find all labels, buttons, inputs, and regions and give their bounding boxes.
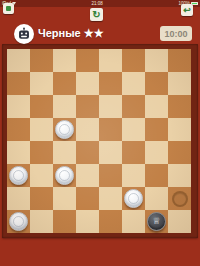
square-c7[interactable] [53, 72, 76, 95]
opponent-name: Черные ★★ [38, 27, 104, 40]
square-g1[interactable]: ♕ [145, 210, 168, 233]
square-g6[interactable] [145, 95, 168, 118]
square-d2[interactable] [76, 187, 99, 210]
square-e8[interactable] [99, 49, 122, 72]
square-a1[interactable] [7, 210, 30, 233]
square-f1[interactable] [122, 210, 145, 233]
square-g4[interactable] [145, 141, 168, 164]
robot-icon [17, 27, 31, 41]
square-h8[interactable] [168, 49, 191, 72]
square-f4[interactable] [122, 141, 145, 164]
square-b1[interactable] [30, 210, 53, 233]
square-c5[interactable] [53, 118, 76, 141]
square-e6[interactable] [99, 95, 122, 118]
square-e2[interactable] [99, 187, 122, 210]
square-a4[interactable] [7, 141, 30, 164]
square-d7[interactable] [76, 72, 99, 95]
restart-icon: ↻ [92, 9, 100, 20]
square-h4[interactable] [168, 141, 191, 164]
square-h7[interactable] [168, 72, 191, 95]
square-g7[interactable] [145, 72, 168, 95]
square-a5[interactable] [7, 118, 30, 141]
square-g8[interactable] [145, 49, 168, 72]
square-h5[interactable] [168, 118, 191, 141]
square-h2[interactable] [168, 187, 191, 210]
square-a8[interactable] [7, 49, 30, 72]
square-f6[interactable] [122, 95, 145, 118]
ghost-piece-highlight [172, 191, 188, 207]
square-d3[interactable] [76, 164, 99, 187]
square-f5[interactable] [122, 118, 145, 141]
white-man-piece[interactable] [55, 120, 74, 139]
square-a3[interactable] [7, 164, 30, 187]
square-b5[interactable] [30, 118, 53, 141]
square-c4[interactable] [53, 141, 76, 164]
status-bar: iPad 21:08 100% [0, 0, 200, 7]
undo-button[interactable]: ↩ [181, 4, 193, 16]
square-d8[interactable] [76, 49, 99, 72]
square-c2[interactable] [53, 187, 76, 210]
square-h1[interactable] [168, 210, 191, 233]
square-g3[interactable] [145, 164, 168, 187]
square-b2[interactable] [30, 187, 53, 210]
square-b6[interactable] [30, 95, 53, 118]
player-bar: Белые (0) 09:49 [0, 238, 200, 266]
white-man-piece[interactable] [124, 189, 143, 208]
square-f7[interactable] [122, 72, 145, 95]
square-d1[interactable] [76, 210, 99, 233]
square-f8[interactable] [122, 49, 145, 72]
square-a2[interactable] [7, 187, 30, 210]
status-time: 21:08 [92, 1, 103, 6]
app-screen: iPad 21:08 100% ↻ ↩ Черные ★★ 10:00 [0, 0, 200, 266]
square-b8[interactable] [30, 49, 53, 72]
square-h6[interactable] [168, 95, 191, 118]
crown-icon: ♕ [152, 217, 160, 226]
square-c3[interactable] [53, 164, 76, 187]
board-menu-button[interactable] [3, 3, 14, 14]
square-e7[interactable] [99, 72, 122, 95]
square-c8[interactable] [53, 49, 76, 72]
square-g5[interactable] [145, 118, 168, 141]
board: ♕ [7, 49, 191, 233]
white-man-piece[interactable] [9, 166, 28, 185]
square-c6[interactable] [53, 95, 76, 118]
square-b4[interactable] [30, 141, 53, 164]
square-h3[interactable] [168, 164, 191, 187]
undo-icon: ↩ [183, 5, 191, 15]
square-e5[interactable] [99, 118, 122, 141]
square-f2[interactable] [122, 187, 145, 210]
board-icon [6, 6, 11, 11]
square-d4[interactable] [76, 141, 99, 164]
square-a6[interactable] [7, 95, 30, 118]
square-b3[interactable] [30, 164, 53, 187]
square-d5[interactable] [76, 118, 99, 141]
black-king-piece[interactable]: ♕ [147, 212, 166, 231]
opponent-clock: 10:00 [160, 26, 192, 41]
square-g2[interactable] [145, 187, 168, 210]
square-a7[interactable] [7, 72, 30, 95]
square-c1[interactable] [53, 210, 76, 233]
square-f3[interactable] [122, 164, 145, 187]
square-e1[interactable] [99, 210, 122, 233]
white-man-piece[interactable] [55, 166, 74, 185]
square-e3[interactable] [99, 164, 122, 187]
square-e4[interactable] [99, 141, 122, 164]
white-man-piece[interactable] [9, 212, 28, 231]
square-b7[interactable] [30, 72, 53, 95]
square-d6[interactable] [76, 95, 99, 118]
restart-button[interactable]: ↻ [90, 8, 103, 21]
opponent-avatar [14, 24, 34, 44]
